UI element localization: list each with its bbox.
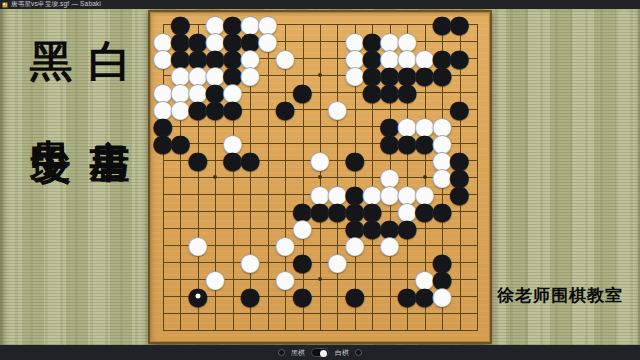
white-captures-icon [355, 349, 362, 356]
black-turn-label: 黑棋 [291, 349, 305, 356]
grid-line [337, 24, 338, 330]
black-stone: ● [241, 151, 259, 169]
black-stone: ● [241, 287, 259, 305]
turn-toggle[interactable] [311, 348, 329, 357]
go-board[interactable]: ●●●●●●●●●●●●●●●●●●●●●●●●●●●●●●●●●●●●●●●●… [148, 10, 492, 344]
player-names-panel: 黑 申旻埈 白 唐韦星 [26, 40, 135, 116]
hoshi-point [318, 277, 322, 281]
grid-line [163, 228, 478, 229]
title-bar: 唐韦星vs申旻埈.sgf — Sabaki [0, 0, 640, 9]
white-stone: ● [206, 270, 224, 288]
grid-line [163, 313, 478, 314]
white-player-column: 白 唐韦星 [85, 40, 135, 116]
white-stone: ● [381, 236, 399, 254]
white-stone: ● [241, 253, 259, 271]
black-player-name: 申旻埈 [31, 107, 71, 116]
white-stone: ● [328, 100, 346, 118]
sabaki-app-icon [2, 2, 8, 8]
white-stone: ● [276, 49, 294, 67]
black-stone: ● [451, 100, 469, 118]
black-stone: ● [294, 287, 312, 305]
grid-line [163, 245, 478, 246]
black-stone: ● [224, 100, 242, 118]
white-stone: ● [311, 151, 329, 169]
grid-line [477, 24, 478, 330]
black-stone: ● [294, 253, 312, 271]
black-player-column: 黑 申旻埈 [26, 40, 76, 116]
black-stone: ● [451, 49, 469, 67]
black-stone: ● [433, 66, 451, 84]
black-stone: ● [294, 83, 312, 101]
white-stone: ● [241, 66, 259, 84]
white-player-name: 唐韦星 [90, 107, 130, 116]
hoshi-point [213, 175, 217, 179]
classroom-caption: 徐老师围棋教室 [497, 284, 623, 307]
black-color-label: 黑 [30, 40, 73, 83]
last-move-marker [195, 294, 200, 299]
black-stone: ● [346, 287, 364, 305]
black-captures-icon [278, 349, 285, 356]
black-stone: ● [398, 83, 416, 101]
hoshi-point [318, 73, 322, 77]
black-stone: ● [189, 151, 207, 169]
black-stone: ● [451, 185, 469, 203]
white-stone: ● [189, 236, 207, 254]
hoshi-point [318, 175, 322, 179]
white-color-label: 白 [89, 40, 132, 83]
black-stone: ● [451, 15, 469, 33]
window-title: 唐韦星vs申旻埈.sgf — Sabaki [11, 0, 101, 9]
black-stone: ● [433, 202, 451, 220]
bottom-bar: 黑棋 白棋 [0, 345, 640, 360]
hoshi-point [423, 175, 427, 179]
toggle-knob [320, 350, 327, 357]
white-stone: ● [294, 219, 312, 237]
grid-line [163, 330, 478, 331]
white-stone: ● [328, 253, 346, 271]
black-stone: ● [398, 219, 416, 237]
black-stone: ● [346, 151, 364, 169]
white-turn-label: 白棋 [335, 349, 349, 356]
white-stone: ● [346, 236, 364, 254]
sabaki-window: { "window": { "title": "唐韦星vs申旻埈.sgf — S… [0, 0, 640, 360]
black-stone: ● [276, 100, 294, 118]
white-stone: ● [433, 287, 451, 305]
